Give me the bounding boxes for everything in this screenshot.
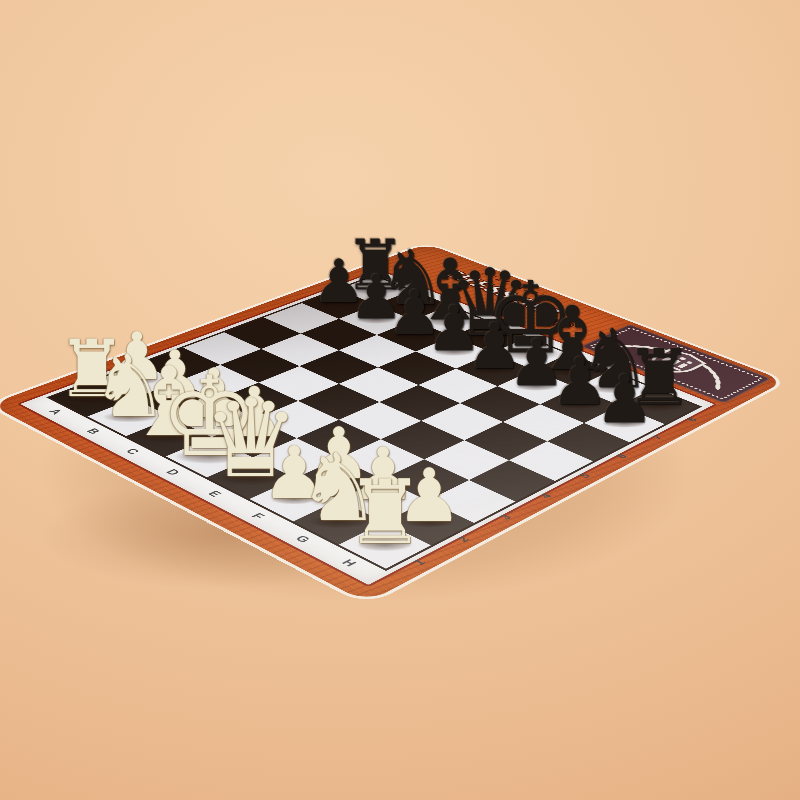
black-pawn-h7[interactable]: ♟ [591,366,657,432]
white-rook-h1[interactable]: ♜ [341,469,430,558]
photo-stage: SPECIALITY CHESS SET ♚ [0,0,800,800]
